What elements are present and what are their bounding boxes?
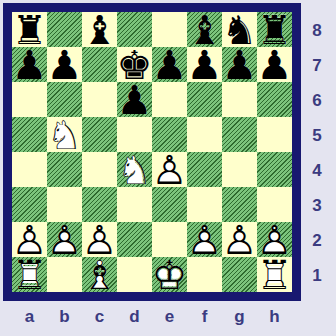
white-piece-fill: ♟ [187,220,223,260]
file-label-c: c [82,302,117,332]
piece-white-rook[interactable]: ♜♖ [257,257,292,292]
square-g8[interactable]: ♘♞ [222,12,257,47]
black-piece-outline: ♜ [257,10,293,50]
square-c1[interactable]: ♝♗ [82,257,117,292]
square-b1[interactable] [47,257,82,292]
file-label-d: d [117,302,152,332]
square-e4[interactable]: ♟♙ [152,152,187,187]
square-c4[interactable] [82,152,117,187]
white-piece-fill: ♟ [222,220,258,260]
rank-label-6: 6 [302,83,332,118]
piece-white-pawn[interactable]: ♟♙ [257,222,292,257]
chess-board: ♖♜♗♝♗♝♘♞♖♜♙♟♙♟♔♚♙♟♙♟♙♟♙♟♙♟♞♘♞♘♟♙♟♙♟♙♟♙♟♙… [3,3,301,301]
white-piece-fill: ♟ [82,220,118,260]
black-piece-outline: ♟ [152,45,188,85]
white-piece-outline: ♙ [12,220,48,260]
black-piece-fill: ♙ [187,45,223,85]
square-d8[interactable] [117,12,152,47]
square-c7[interactable] [82,47,117,82]
square-e1[interactable]: ♚♔ [152,257,187,292]
square-e5[interactable] [152,117,187,152]
square-e3[interactable] [152,187,187,222]
file-label-a: a [12,302,47,332]
square-c6[interactable] [82,82,117,117]
black-piece-fill: ♙ [47,45,83,85]
file-label-e: e [152,302,187,332]
black-piece-fill: ♙ [117,80,153,120]
white-piece-outline: ♙ [47,220,83,260]
square-a2[interactable]: ♟♙ [12,222,47,257]
square-b8[interactable] [47,12,82,47]
square-b7[interactable]: ♙♟ [47,47,82,82]
square-f3[interactable] [187,187,222,222]
white-piece-outline: ♘ [117,150,153,190]
square-b3[interactable] [47,187,82,222]
piece-white-knight[interactable]: ♞♘ [47,117,82,152]
piece-white-pawn[interactable]: ♟♙ [12,222,47,257]
rank-labels: 87654321 [302,13,332,293]
square-d2[interactable] [117,222,152,257]
square-f4[interactable] [187,152,222,187]
square-f7[interactable]: ♙♟ [187,47,222,82]
black-piece-fill: ♙ [222,45,258,85]
white-piece-fill: ♟ [152,150,188,190]
file-labels: abcdefgh [12,302,292,332]
piece-white-knight[interactable]: ♞♘ [117,152,152,187]
square-a1[interactable]: ♜♖ [12,257,47,292]
piece-white-king[interactable]: ♚♔ [152,257,187,292]
piece-white-bishop[interactable]: ♝♗ [82,257,117,292]
white-piece-outline: ♙ [222,220,258,260]
piece-white-pawn[interactable]: ♟♙ [152,152,187,187]
black-piece-outline: ♝ [187,10,223,50]
square-f2[interactable]: ♟♙ [187,222,222,257]
piece-black-pawn[interactable]: ♙♟ [47,47,82,82]
piece-white-pawn[interactable]: ♟♙ [47,222,82,257]
rank-label-8: 8 [302,13,332,48]
black-piece-fill: ♗ [82,10,118,50]
square-g5[interactable] [222,117,257,152]
piece-black-king[interactable]: ♔♚ [117,47,152,82]
file-label-b: b [47,302,82,332]
black-piece-outline: ♝ [82,10,118,50]
black-piece-outline: ♟ [47,45,83,85]
piece-black-pawn[interactable]: ♙♟ [222,47,257,82]
square-g3[interactable] [222,187,257,222]
square-a4[interactable] [12,152,47,187]
square-a6[interactable] [12,82,47,117]
square-d1[interactable] [117,257,152,292]
square-d5[interactable] [117,117,152,152]
black-piece-outline: ♞ [222,10,258,50]
white-piece-outline: ♙ [152,150,188,190]
square-h6[interactable] [257,82,292,117]
rank-label-5: 5 [302,118,332,153]
black-piece-outline: ♟ [12,45,48,85]
square-f1[interactable] [187,257,222,292]
white-piece-outline: ♙ [187,220,223,260]
square-b4[interactable] [47,152,82,187]
piece-white-pawn[interactable]: ♟♙ [222,222,257,257]
piece-black-bishop[interactable]: ♗♝ [82,12,117,47]
white-piece-fill: ♟ [12,220,48,260]
white-piece-fill: ♟ [47,220,83,260]
square-c5[interactable] [82,117,117,152]
white-piece-fill: ♟ [257,220,293,260]
black-piece-fill: ♗ [187,10,223,50]
square-e7[interactable]: ♙♟ [152,47,187,82]
square-d7[interactable]: ♔♚ [117,47,152,82]
black-piece-outline: ♟ [222,45,258,85]
piece-black-rook[interactable]: ♖♜ [12,12,47,47]
black-piece-outline: ♚ [117,45,153,85]
black-piece-outline: ♟ [187,45,223,85]
square-e8[interactable] [152,12,187,47]
piece-black-knight[interactable]: ♘♞ [222,12,257,47]
rank-label-7: 7 [302,48,332,83]
square-h7[interactable]: ♙♟ [257,47,292,82]
square-h1[interactable]: ♜♖ [257,257,292,292]
black-piece-fill: ♘ [222,10,258,50]
white-piece-fill: ♚ [152,255,188,295]
piece-white-pawn[interactable]: ♟♙ [187,222,222,257]
black-piece-outline: ♟ [257,45,293,85]
file-label-g: g [222,302,257,332]
square-g1[interactable] [222,257,257,292]
square-h3[interactable] [257,187,292,222]
rank-label-1: 1 [302,258,332,293]
square-b6[interactable] [47,82,82,117]
square-f5[interactable] [187,117,222,152]
square-d4[interactable]: ♞♘ [117,152,152,187]
board-grid: ♖♜♗♝♗♝♘♞♖♜♙♟♙♟♔♚♙♟♙♟♙♟♙♟♙♟♞♘♞♘♟♙♟♙♟♙♟♙♟♙… [12,12,292,292]
square-a3[interactable] [12,187,47,222]
white-piece-outline: ♙ [257,220,293,260]
square-e2[interactable] [152,222,187,257]
rank-label-2: 2 [302,223,332,258]
black-piece-outline: ♟ [117,80,153,120]
white-piece-outline: ♙ [82,220,118,260]
piece-black-pawn[interactable]: ♙♟ [152,47,187,82]
square-a8[interactable]: ♖♜ [12,12,47,47]
square-c3[interactable] [82,187,117,222]
white-piece-outline: ♖ [257,255,293,295]
white-piece-outline: ♗ [82,255,118,295]
piece-black-pawn[interactable]: ♙♟ [12,47,47,82]
square-f6[interactable] [187,82,222,117]
square-g6[interactable] [222,82,257,117]
square-c8[interactable]: ♗♝ [82,12,117,47]
square-d3[interactable] [117,187,152,222]
piece-black-rook[interactable]: ♖♜ [257,12,292,47]
square-h5[interactable] [257,117,292,152]
black-piece-fill: ♙ [257,45,293,85]
piece-white-rook[interactable]: ♜♖ [12,257,47,292]
square-f8[interactable]: ♗♝ [187,12,222,47]
square-a7[interactable]: ♙♟ [12,47,47,82]
square-h4[interactable] [257,152,292,187]
square-g2[interactable]: ♟♙ [222,222,257,257]
white-piece-fill: ♞ [117,150,153,190]
square-a5[interactable] [12,117,47,152]
square-c2[interactable]: ♟♙ [82,222,117,257]
black-piece-fill: ♙ [152,45,188,85]
white-piece-fill: ♜ [257,255,293,295]
rank-label-3: 3 [302,188,332,223]
white-piece-fill: ♞ [47,115,83,155]
white-piece-fill: ♝ [82,255,118,295]
piece-black-pawn[interactable]: ♙♟ [257,47,292,82]
rank-label-4: 4 [302,153,332,188]
piece-white-pawn[interactable]: ♟♙ [82,222,117,257]
white-piece-fill: ♜ [12,255,48,295]
square-d6[interactable]: ♙♟ [117,82,152,117]
white-piece-outline: ♘ [47,115,83,155]
black-piece-fill: ♙ [12,45,48,85]
black-piece-fill: ♖ [257,10,293,50]
square-g4[interactable] [222,152,257,187]
white-piece-outline: ♖ [12,255,48,295]
black-piece-outline: ♜ [12,10,48,50]
square-g7[interactable]: ♙♟ [222,47,257,82]
piece-black-bishop[interactable]: ♗♝ [187,12,222,47]
square-b5[interactable]: ♞♘ [47,117,82,152]
white-piece-outline: ♔ [152,255,188,295]
piece-black-pawn[interactable]: ♙♟ [187,47,222,82]
black-piece-fill: ♔ [117,45,153,85]
piece-black-pawn[interactable]: ♙♟ [117,82,152,117]
square-h2[interactable]: ♟♙ [257,222,292,257]
file-label-f: f [187,302,222,332]
square-b2[interactable]: ♟♙ [47,222,82,257]
square-h8[interactable]: ♖♜ [257,12,292,47]
file-label-h: h [257,302,292,332]
square-e6[interactable] [152,82,187,117]
black-piece-fill: ♖ [12,10,48,50]
